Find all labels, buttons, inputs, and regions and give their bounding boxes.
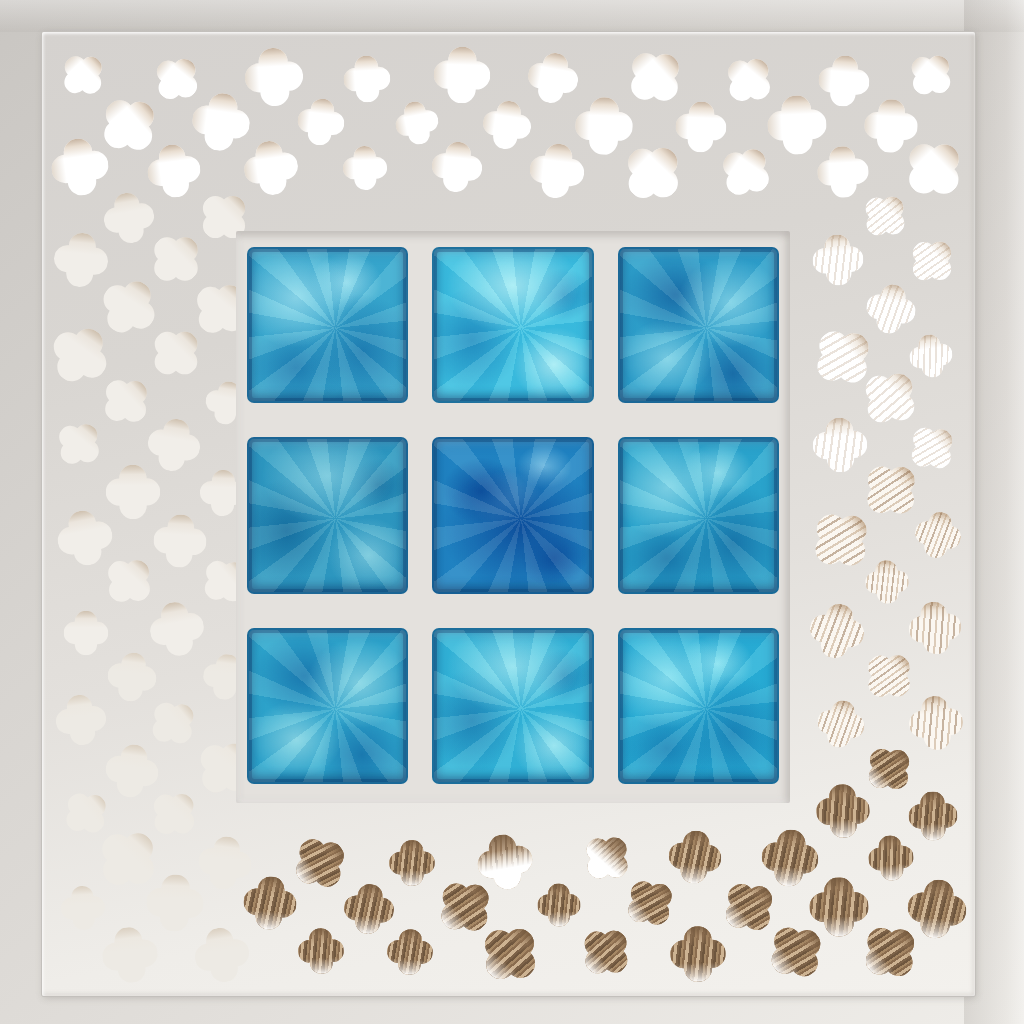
glass-tile-r1c1 (247, 247, 408, 403)
glass-tile-r2c1 (247, 437, 408, 593)
glass-tile-r1c3 (618, 247, 779, 403)
glass-tile-window (236, 231, 790, 803)
glass-tile-r2c2 (432, 437, 593, 593)
wall-shade-top (0, 0, 1024, 32)
glass-tile-r3c3 (618, 628, 779, 784)
glass-tile-r3c2 (432, 628, 593, 784)
photo-stage (0, 0, 1024, 1024)
glass-tile-r2c3 (618, 437, 779, 593)
glass-tile-r3c1 (247, 628, 408, 784)
glass-tile-r1c2 (432, 247, 593, 403)
